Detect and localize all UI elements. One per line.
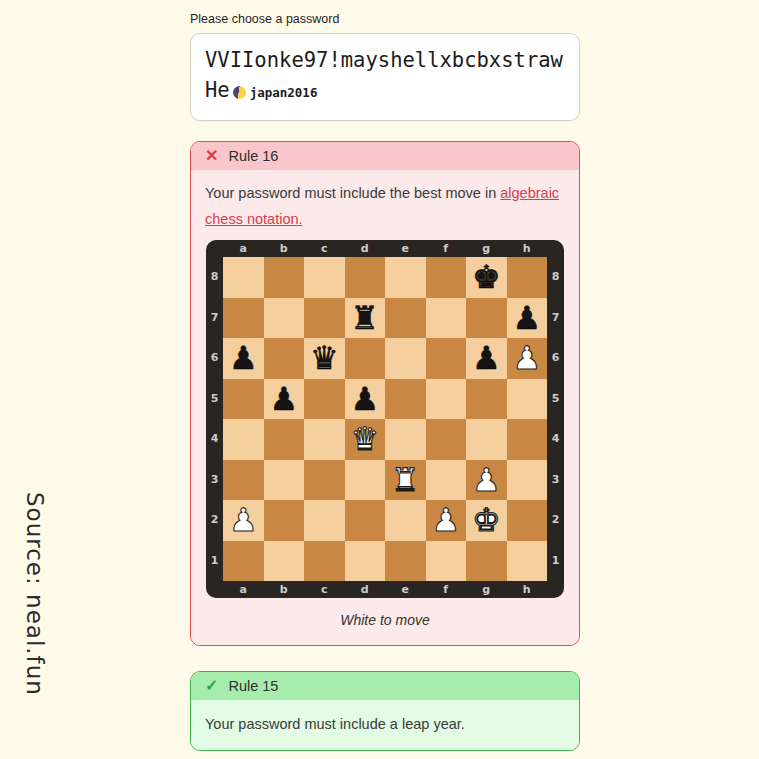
- rank-labels-right: 87654321: [547, 257, 564, 581]
- square-g7: [466, 298, 507, 339]
- coordinate-label: 2: [547, 500, 564, 541]
- password-text-line2-prefix: He: [205, 75, 230, 105]
- coordinate-label: e: [385, 240, 426, 257]
- coordinate-label: 4: [547, 419, 564, 460]
- square-b1: [264, 541, 305, 582]
- square-b6: [264, 338, 305, 379]
- coordinate-label: b: [264, 581, 305, 598]
- password-text-line2-suffix: japan2016: [250, 78, 318, 108]
- square-a7: [223, 298, 264, 339]
- rule-16-title: Rule 16: [228, 148, 278, 164]
- black-pawn-b5: ♟: [264, 379, 305, 420]
- password-text-line1: VVIIonke97!mayshellxbcbxstraw: [205, 45, 565, 75]
- square-d2: [345, 500, 386, 541]
- square-e7: [385, 298, 426, 339]
- coordinate-label: a: [223, 240, 264, 257]
- white-pawn-h6: ♟: [507, 338, 548, 379]
- square-c1: [304, 541, 345, 582]
- rule-15-text: Your password must include a leap year.: [205, 716, 465, 732]
- coordinate-label: 5: [206, 379, 223, 420]
- square-c2: [304, 500, 345, 541]
- file-labels-top: abcdefgh: [223, 240, 547, 257]
- square-b4: [264, 419, 305, 460]
- black-pawn-g6: ♟: [466, 338, 507, 379]
- coordinate-label: h: [507, 240, 548, 257]
- square-c3: [304, 460, 345, 501]
- password-label: Please choose a password: [190, 12, 580, 26]
- board-caption: White to move: [205, 607, 565, 633]
- x-icon: ✕: [205, 148, 218, 164]
- square-f6: [426, 338, 467, 379]
- square-f4: [426, 419, 467, 460]
- coordinate-label: f: [426, 240, 467, 257]
- rule-16-card: ✕ Rule 16 Your password must include the…: [190, 141, 580, 646]
- square-d3: [345, 460, 386, 501]
- coordinate-label: a: [223, 581, 264, 598]
- square-e4: [385, 419, 426, 460]
- square-h8: [507, 257, 548, 298]
- square-h1: [507, 541, 548, 582]
- main-column: Please choose a password VVIIonke97!mays…: [190, 12, 580, 751]
- coordinate-label: 2: [206, 500, 223, 541]
- password-text-line2: He japan2016: [205, 75, 565, 108]
- coordinate-label: c: [304, 240, 345, 257]
- white-rook-e3: ♜: [385, 460, 426, 501]
- square-h3: [507, 460, 548, 501]
- coordinate-label: 5: [547, 379, 564, 420]
- rule-16-text: Your password must include the best move…: [205, 185, 500, 201]
- square-a5: [223, 379, 264, 420]
- white-king-g2: ♚: [466, 500, 507, 541]
- coordinate-label: g: [466, 581, 507, 598]
- white-pawn-g3: ♟: [466, 460, 507, 501]
- square-e6: [385, 338, 426, 379]
- moon-phase-icon: [233, 86, 246, 99]
- check-icon: ✓: [205, 678, 218, 694]
- chess-board: abcdefgh 87654321 ♚♜♟♟♛♟♟♟♟♛♜♟♟♟♚ 876543…: [206, 240, 564, 598]
- rule-15-card: ✓ Rule 15 Your password must include a l…: [190, 671, 580, 751]
- coordinate-label: 8: [206, 257, 223, 298]
- coordinate-label: d: [345, 240, 386, 257]
- square-f1: [426, 541, 467, 582]
- coordinate-label: h: [507, 581, 548, 598]
- rank-labels-left: 87654321: [206, 257, 223, 581]
- rule-16-body: Your password must include the best move…: [191, 170, 579, 645]
- square-h4: [507, 419, 548, 460]
- square-c4: [304, 419, 345, 460]
- black-pawn-a6: ♟: [223, 338, 264, 379]
- coordinate-label: c: [304, 581, 345, 598]
- coordinate-label: 1: [547, 541, 564, 582]
- chess-board-grid: ♚♜♟♟♛♟♟♟♟♛♜♟♟♟♚: [223, 257, 547, 581]
- square-d1: [345, 541, 386, 582]
- rule-15-title: Rule 15: [228, 678, 278, 694]
- square-b2: [264, 500, 305, 541]
- square-a1: [223, 541, 264, 582]
- coordinate-label: 1: [206, 541, 223, 582]
- white-pawn-a2: ♟: [223, 500, 264, 541]
- rule-15-body: Your password must include a leap year.: [191, 700, 579, 750]
- coordinate-label: 8: [547, 257, 564, 298]
- square-c5: [304, 379, 345, 420]
- square-d8: [345, 257, 386, 298]
- source-attribution: Source: neal.fun: [22, 492, 48, 696]
- rule-15-header: ✓ Rule 15: [191, 672, 579, 700]
- square-f5: [426, 379, 467, 420]
- square-h5: [507, 379, 548, 420]
- square-b8: [264, 257, 305, 298]
- black-pawn-h7: ♟: [507, 298, 548, 339]
- square-c8: [304, 257, 345, 298]
- coordinate-label: 3: [547, 460, 564, 501]
- coordinate-label: 3: [206, 460, 223, 501]
- square-f7: [426, 298, 467, 339]
- square-d6: [345, 338, 386, 379]
- square-e5: [385, 379, 426, 420]
- coordinate-label: 7: [547, 298, 564, 339]
- square-b3: [264, 460, 305, 501]
- coordinate-label: 7: [206, 298, 223, 339]
- square-f3: [426, 460, 467, 501]
- square-a8: [223, 257, 264, 298]
- coordinate-label: 6: [206, 338, 223, 379]
- square-h2: [507, 500, 548, 541]
- black-queen-c6: ♛: [304, 338, 345, 379]
- square-f8: [426, 257, 467, 298]
- white-pawn-f2: ♟: [426, 500, 467, 541]
- square-e1: [385, 541, 426, 582]
- square-c7: [304, 298, 345, 339]
- square-e2: [385, 500, 426, 541]
- square-g4: [466, 419, 507, 460]
- square-b7: [264, 298, 305, 339]
- white-queen-d4: ♛: [345, 419, 386, 460]
- square-e8: [385, 257, 426, 298]
- file-labels-bottom: abcdefgh: [223, 581, 547, 598]
- square-g5: [466, 379, 507, 420]
- rule-16-header: ✕ Rule 16: [191, 142, 579, 170]
- black-king-g8: ♚: [466, 257, 507, 298]
- square-g1: [466, 541, 507, 582]
- coordinate-label: 4: [206, 419, 223, 460]
- coordinate-label: 6: [547, 338, 564, 379]
- square-a3: [223, 460, 264, 501]
- coordinate-label: g: [466, 240, 507, 257]
- coordinate-label: f: [426, 581, 467, 598]
- black-pawn-d5: ♟: [345, 379, 386, 420]
- password-input[interactable]: VVIIonke97!mayshellxbcbxstraw He japan20…: [190, 33, 580, 121]
- square-a4: [223, 419, 264, 460]
- coordinate-label: b: [264, 240, 305, 257]
- coordinate-label: d: [345, 581, 386, 598]
- black-rook-d7: ♜: [345, 298, 386, 339]
- coordinate-label: e: [385, 581, 426, 598]
